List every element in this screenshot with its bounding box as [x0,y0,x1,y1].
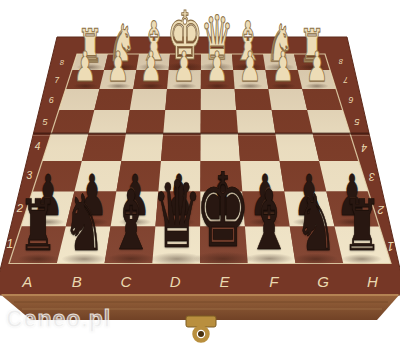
file-label-g: G [317,273,329,290]
rank-label-right-5: 5 [354,117,360,128]
file-label-b: B [72,273,82,290]
rank-label-left-5: 5 [42,116,48,127]
rank-label-right-3: 3 [369,171,375,183]
rank-label-left-2: 2 [16,202,24,214]
file-label-a: A [21,273,32,290]
file-label-h: H [367,273,378,290]
rank-label-left-4: 4 [35,141,41,152]
rank-label-left-3: 3 [26,169,32,181]
product-photo-chess-set: ABCDEFGH8877665544332211 ♜♞♝♚♛♝♞♜♟♟♟♟♟♟♟… [0,0,400,350]
file-label-c: C [121,273,132,290]
rank-label-right-4: 4 [361,142,367,153]
watermark: Ceneo.pl [6,306,111,333]
rank-label-right-7: 7 [343,75,348,84]
chess-board: ABCDEFGH8877665544332211 [0,0,400,350]
file-label-e: E [220,273,231,290]
rank-label-right-2: 2 [377,204,385,216]
rank-label-left-7: 7 [55,76,60,85]
rank-label-left-1: 1 [6,237,13,251]
rank-label-right-6: 6 [349,95,354,105]
rank-label-right-1: 1 [387,239,394,253]
file-label-f: F [269,273,279,290]
rank-label-left-6: 6 [49,95,54,105]
latch-ring-hole [198,331,204,337]
file-label-d: D [170,273,181,290]
